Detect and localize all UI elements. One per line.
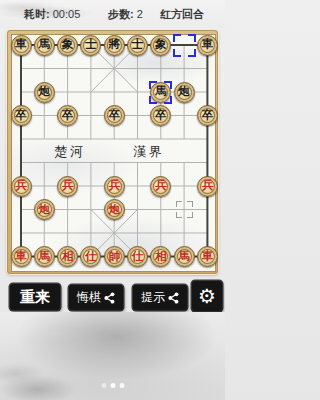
- piece-black-soldier[interactable]: 卒: [197, 105, 218, 126]
- hint-button[interactable]: 提示: [133, 285, 187, 310]
- piece-red-soldier[interactable]: 兵: [150, 176, 171, 197]
- piece-red-soldier[interactable]: 兵: [104, 176, 125, 197]
- piece-red-horse[interactable]: 馬: [34, 246, 55, 267]
- piece-glyph: 相: [155, 251, 167, 263]
- piece-glyph: 車: [202, 251, 214, 263]
- piece-glyph: 卒: [108, 110, 120, 122]
- piece-glyph: 象: [62, 39, 74, 51]
- piece-glyph: 馬: [155, 86, 167, 98]
- piece-glyph: 士: [132, 39, 144, 51]
- river-label-left: 楚河: [54, 143, 86, 161]
- piece-glyph: 馬: [39, 251, 51, 263]
- piece-glyph: 車: [15, 251, 27, 263]
- time-label: 耗时:: [24, 8, 50, 20]
- elapsed-time: 耗时: 00:05: [24, 7, 80, 22]
- piece-glyph: 炮: [39, 86, 51, 98]
- piece-red-cannon[interactable]: 炮: [104, 199, 125, 220]
- piece-glyph: 士: [85, 39, 97, 51]
- piece-glyph: 馬: [39, 39, 51, 51]
- piece-glyph: 炮: [39, 204, 51, 216]
- piece-glyph: 將: [108, 39, 120, 51]
- piece-glyph: 卒: [62, 110, 74, 122]
- piece-glyph: 卒: [15, 110, 27, 122]
- piece-glyph: 帥: [108, 251, 120, 263]
- xiangqi-board[interactable]: 楚河 漢界 車馬象士將士象車炮馬炮卒卒卒卒卒兵兵兵兵兵炮炮車馬相仕帥仕相馬車: [7, 30, 218, 274]
- restart-label: 重来: [20, 288, 50, 307]
- piece-black-advisor[interactable]: 士: [127, 35, 148, 56]
- steps-label: 步数:: [108, 8, 134, 20]
- piece-red-soldier[interactable]: 兵: [57, 176, 78, 197]
- time-value: 00:05: [53, 8, 81, 20]
- piece-red-soldier[interactable]: 兵: [197, 176, 218, 197]
- move-counter: 步数: 2: [108, 7, 143, 22]
- hint-label: 提示: [141, 289, 165, 306]
- piece-black-chariot[interactable]: 車: [197, 35, 218, 56]
- piece-glyph: 馬: [178, 251, 190, 263]
- piece-black-elephant[interactable]: 象: [150, 35, 171, 56]
- status-bar: 耗时: 00:05 步数: 2 红方回合: [0, 0, 225, 28]
- control-bar: 重来 悔棋 提示 ⚙: [0, 281, 225, 313]
- piece-red-general[interactable]: 帥: [104, 246, 125, 267]
- piece-glyph: 仕: [132, 251, 144, 263]
- page-dot: [110, 383, 115, 388]
- undo-button[interactable]: 悔棋: [69, 285, 123, 310]
- turn-indicator: 红方回合: [160, 7, 204, 22]
- piece-glyph: 炮: [108, 204, 120, 216]
- piece-black-horse[interactable]: 馬: [150, 82, 171, 103]
- piece-black-general[interactable]: 將: [104, 35, 125, 56]
- piece-red-chariot[interactable]: 車: [197, 246, 218, 267]
- piece-glyph: 炮: [178, 86, 190, 98]
- piece-glyph: 兵: [15, 180, 27, 192]
- page-dot: [101, 383, 106, 388]
- piece-glyph: 兵: [202, 180, 214, 192]
- board-field[interactable]: 楚河 漢界 車馬象士將士象車炮馬炮卒卒卒卒卒兵兵兵兵兵炮炮車馬相仕帥仕相馬車: [11, 34, 216, 272]
- piece-black-advisor[interactable]: 士: [80, 35, 101, 56]
- share-icon: [168, 292, 179, 304]
- piece-glyph: 卒: [155, 110, 167, 122]
- piece-black-chariot[interactable]: 車: [11, 35, 32, 56]
- river-label-right: 漢界: [133, 143, 165, 161]
- piece-red-chariot[interactable]: 車: [11, 246, 32, 267]
- steps-value: 2: [137, 8, 143, 20]
- piece-glyph: 車: [15, 39, 27, 51]
- piece-black-cannon[interactable]: 炮: [34, 82, 55, 103]
- piece-black-elephant[interactable]: 象: [57, 35, 78, 56]
- share-icon: [104, 292, 115, 304]
- restart-button[interactable]: 重来: [10, 284, 60, 310]
- gear-icon: ⚙: [198, 286, 216, 306]
- piece-glyph: 相: [62, 251, 74, 263]
- piece-glyph: 象: [155, 39, 167, 51]
- piece-red-elephant[interactable]: 相: [57, 246, 78, 267]
- piece-black-cannon[interactable]: 炮: [174, 82, 195, 103]
- piece-black-soldier[interactable]: 卒: [104, 105, 125, 126]
- undo-label: 悔棋: [77, 289, 101, 306]
- settings-button[interactable]: ⚙: [192, 281, 222, 311]
- piece-glyph: 兵: [108, 180, 120, 192]
- page-dot: [119, 383, 124, 388]
- piece-glyph: 車: [202, 39, 214, 51]
- piece-glyph: 兵: [62, 180, 74, 192]
- piece-red-horse[interactable]: 馬: [174, 246, 195, 267]
- piece-glyph: 兵: [155, 180, 167, 192]
- piece-black-soldier[interactable]: 卒: [57, 105, 78, 126]
- piece-red-cannon[interactable]: 炮: [34, 199, 55, 220]
- piece-red-advisor[interactable]: 仕: [127, 246, 148, 267]
- piece-glyph: 卒: [202, 110, 214, 122]
- piece-glyph: 仕: [85, 251, 97, 263]
- piece-black-soldier[interactable]: 卒: [11, 105, 32, 126]
- piece-red-soldier[interactable]: 兵: [11, 176, 32, 197]
- page-indicator: [101, 383, 124, 388]
- piece-black-horse[interactable]: 馬: [34, 35, 55, 56]
- board-grid-lines: [12, 35, 215, 271]
